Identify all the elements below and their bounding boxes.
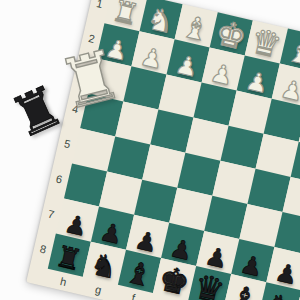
black-knight: ♞ (263, 289, 296, 300)
black-bishop: ♝ (228, 281, 261, 300)
black-queen: ♛ (191, 269, 228, 300)
photo-stage: 12345678 ♜♞♝♚♛♝♞♟♟♟♟♟♟♟♟♟♟♟♟♟♟♟♟♜♞♝♚♛♝♞ … (0, 0, 300, 300)
